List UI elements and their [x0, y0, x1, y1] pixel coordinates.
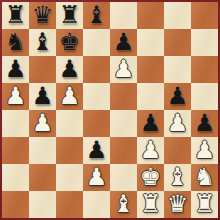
square-g5[interactable]: ♟ [164, 83, 191, 110]
piece-white-pawn[interactable]: ♟ [167, 110, 189, 137]
piece-white-pawn[interactable]: ♟ [194, 137, 216, 164]
piece-white-pawn[interactable]: ♟ [5, 83, 27, 110]
square-e1[interactable]: ♝ [110, 191, 137, 218]
square-e8[interactable] [110, 2, 137, 29]
square-e6[interactable]: ♟ [110, 56, 137, 83]
square-a2[interactable] [2, 164, 29, 191]
square-g6[interactable] [164, 56, 191, 83]
square-c1[interactable] [56, 191, 83, 218]
square-f1[interactable]: ♜ [137, 191, 164, 218]
piece-white-queen[interactable]: ♛ [167, 191, 189, 218]
square-d8[interactable]: ♝ [83, 2, 110, 29]
square-d7[interactable] [83, 29, 110, 56]
square-g7[interactable] [164, 29, 191, 56]
square-b8[interactable]: ♛ [29, 2, 56, 29]
square-c2[interactable] [56, 164, 83, 191]
piece-white-pawn[interactable]: ♟ [32, 110, 54, 137]
square-b6[interactable] [29, 56, 56, 83]
square-a3[interactable] [2, 137, 29, 164]
piece-white-pawn[interactable]: ♟ [59, 83, 81, 110]
square-h5[interactable] [191, 83, 218, 110]
square-e2[interactable] [110, 164, 137, 191]
piece-black-pawn[interactable]: ♟ [5, 56, 27, 83]
piece-black-knight[interactable]: ♞ [5, 29, 27, 56]
piece-black-pawn[interactable]: ♟ [32, 83, 54, 110]
square-b7[interactable]: ♝ [29, 29, 56, 56]
square-g4[interactable]: ♟ [164, 110, 191, 137]
square-d6[interactable] [83, 56, 110, 83]
square-b4[interactable]: ♟ [29, 110, 56, 137]
square-h1[interactable]: ♜ [191, 191, 218, 218]
square-h8[interactable] [191, 2, 218, 29]
square-h7[interactable] [191, 29, 218, 56]
chess-board: ♜♛♜♝♞♝♚♟♟♟♟♟♟♟♟♟♟♟♟♟♟♟♟♚♝♞♝♜♛♜ [2, 2, 218, 218]
square-f4[interactable]: ♟ [137, 110, 164, 137]
piece-black-king[interactable]: ♚ [59, 29, 81, 56]
square-b5[interactable]: ♟ [29, 83, 56, 110]
square-b3[interactable] [29, 137, 56, 164]
square-g3[interactable] [164, 137, 191, 164]
square-e4[interactable] [110, 110, 137, 137]
square-a4[interactable] [2, 110, 29, 137]
square-d1[interactable] [83, 191, 110, 218]
piece-black-pawn[interactable]: ♟ [194, 110, 216, 137]
square-f7[interactable] [137, 29, 164, 56]
piece-black-rook[interactable]: ♜ [59, 2, 81, 29]
square-a7[interactable]: ♞ [2, 29, 29, 56]
piece-black-rook[interactable]: ♜ [5, 2, 27, 29]
square-d3[interactable]: ♟ [83, 137, 110, 164]
square-e7[interactable]: ♟ [110, 29, 137, 56]
square-b1[interactable] [29, 191, 56, 218]
square-g1[interactable]: ♛ [164, 191, 191, 218]
square-h2[interactable]: ♞ [191, 164, 218, 191]
board-frame: ♜♛♜♝♞♝♚♟♟♟♟♟♟♟♟♟♟♟♟♟♟♟♟♚♝♞♝♜♛♜ [0, 0, 220, 220]
piece-white-pawn[interactable]: ♟ [113, 56, 135, 83]
piece-black-pawn[interactable]: ♟ [86, 137, 108, 164]
square-h4[interactable]: ♟ [191, 110, 218, 137]
piece-black-bishop[interactable]: ♝ [32, 29, 54, 56]
piece-white-rook[interactable]: ♜ [194, 191, 216, 218]
square-h6[interactable] [191, 56, 218, 83]
square-a6[interactable]: ♟ [2, 56, 29, 83]
square-f2[interactable]: ♚ [137, 164, 164, 191]
square-a5[interactable]: ♟ [2, 83, 29, 110]
square-a1[interactable] [2, 191, 29, 218]
square-d4[interactable] [83, 110, 110, 137]
piece-white-pawn[interactable]: ♟ [86, 164, 108, 191]
piece-white-rook[interactable]: ♜ [140, 191, 162, 218]
square-g2[interactable]: ♝ [164, 164, 191, 191]
square-h3[interactable]: ♟ [191, 137, 218, 164]
square-c6[interactable]: ♟ [56, 56, 83, 83]
square-c4[interactable] [56, 110, 83, 137]
piece-black-bishop[interactable]: ♝ [86, 2, 108, 29]
piece-black-pawn[interactable]: ♟ [167, 83, 189, 110]
square-d2[interactable]: ♟ [83, 164, 110, 191]
square-c3[interactable] [56, 137, 83, 164]
square-e3[interactable] [110, 137, 137, 164]
piece-white-bishop[interactable]: ♝ [113, 191, 135, 218]
square-g8[interactable] [164, 2, 191, 29]
square-c5[interactable]: ♟ [56, 83, 83, 110]
piece-black-pawn[interactable]: ♟ [113, 29, 135, 56]
piece-black-pawn[interactable]: ♟ [59, 56, 81, 83]
piece-white-pawn[interactable]: ♟ [140, 137, 162, 164]
piece-white-knight[interactable]: ♞ [194, 164, 216, 191]
piece-white-bishop[interactable]: ♝ [167, 164, 189, 191]
square-c8[interactable]: ♜ [56, 2, 83, 29]
square-f8[interactable] [137, 2, 164, 29]
square-b2[interactable] [29, 164, 56, 191]
square-c7[interactable]: ♚ [56, 29, 83, 56]
square-f3[interactable]: ♟ [137, 137, 164, 164]
square-e5[interactable] [110, 83, 137, 110]
piece-white-king[interactable]: ♚ [140, 164, 162, 191]
square-d5[interactable] [83, 83, 110, 110]
piece-black-queen[interactable]: ♛ [32, 2, 54, 29]
square-f5[interactable] [137, 83, 164, 110]
square-f6[interactable] [137, 56, 164, 83]
piece-black-pawn[interactable]: ♟ [140, 110, 162, 137]
square-a8[interactable]: ♜ [2, 2, 29, 29]
